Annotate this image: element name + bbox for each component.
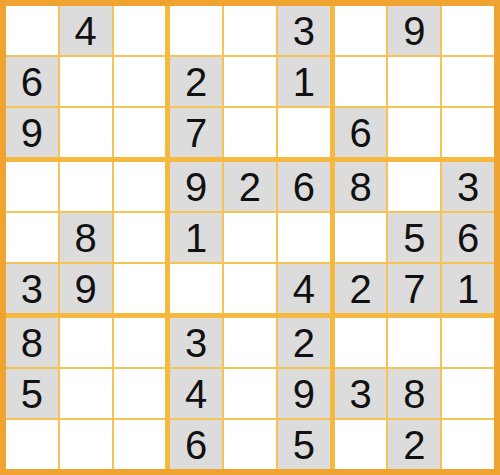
sudoku-cell: 8 [388,369,440,418]
sudoku-cell: 3 [170,318,222,367]
sudoku-cell[interactable] [278,108,330,157]
sudoku-cell: 2 [170,57,222,106]
sudoku-cell: 3 [6,264,58,313]
sudoku-cell[interactable] [224,57,276,106]
sudoku-cell[interactable] [224,318,276,367]
sudoku-cell: 9 [388,6,440,55]
sudoku-cell: 1 [442,264,494,313]
sudoku-cell: 8 [60,213,112,262]
sudoku-cell[interactable] [442,318,494,367]
sudoku-cell[interactable] [224,420,276,469]
sudoku-cell: 7 [170,108,222,157]
sudoku-cell[interactable] [170,264,222,313]
sudoku-cell: 4 [278,264,330,313]
sudoku-cell: 1 [278,57,330,106]
sudoku-cell: 3 [278,6,330,55]
sudoku-cell: 5 [278,420,330,469]
sudoku-cell[interactable] [335,213,387,262]
sudoku-cell[interactable] [170,6,222,55]
sudoku-cell[interactable] [388,57,440,106]
sudoku-cell[interactable] [442,6,494,55]
sudoku-cell: 5 [6,369,58,418]
sudoku-cell[interactable] [335,420,387,469]
sudoku-cell: 6 [335,108,387,157]
sudoku-cell: 9 [60,264,112,313]
sudoku-cell: 9 [278,369,330,418]
sudoku-cell[interactable] [388,108,440,157]
sudoku-cell[interactable] [114,6,166,55]
sudoku-cell[interactable] [388,318,440,367]
sudoku-cell[interactable] [60,369,112,418]
sudoku-cell: 2 [278,318,330,367]
sudoku-cell[interactable] [6,420,58,469]
sudoku-cell[interactable] [60,420,112,469]
sudoku-cell[interactable] [60,57,112,106]
sudoku-cell: 3 [335,369,387,418]
sudoku-cell[interactable] [442,57,494,106]
sudoku-cell: 9 [170,162,222,211]
sudoku-cell[interactable] [335,57,387,106]
sudoku-cell[interactable] [114,318,166,367]
sudoku-cell[interactable] [224,264,276,313]
sudoku-cell: 6 [278,162,330,211]
sudoku-cell[interactable] [6,213,58,262]
sudoku-cell: 2 [388,420,440,469]
sudoku-cell[interactable] [224,213,276,262]
sudoku-board: 43962197692683815639427183254938652 [0,0,500,475]
sudoku-cell: 5 [388,213,440,262]
sudoku-cell[interactable] [6,162,58,211]
sudoku-cell[interactable] [114,162,166,211]
sudoku-cell: 4 [170,369,222,418]
sudoku-app: 43962197692683815639427183254938652 [0,0,500,475]
sudoku-cell: 6 [442,213,494,262]
sudoku-cell[interactable] [114,108,166,157]
sudoku-cell[interactable] [442,420,494,469]
sudoku-cell[interactable] [224,369,276,418]
sudoku-cell[interactable] [6,6,58,55]
sudoku-cell[interactable] [335,318,387,367]
sudoku-cell: 2 [335,264,387,313]
sudoku-cell: 3 [442,162,494,211]
sudoku-cell[interactable] [442,369,494,418]
sudoku-cell[interactable] [114,264,166,313]
sudoku-cell[interactable] [278,213,330,262]
sudoku-cell: 8 [6,318,58,367]
sudoku-cell: 7 [388,264,440,313]
sudoku-cell: 2 [224,162,276,211]
sudoku-cell[interactable] [114,213,166,262]
sudoku-cell: 6 [170,420,222,469]
sudoku-cell[interactable] [388,162,440,211]
sudoku-cell[interactable] [114,57,166,106]
sudoku-cell[interactable] [224,108,276,157]
sudoku-cell[interactable] [224,6,276,55]
sudoku-cell: 1 [170,213,222,262]
sudoku-cell[interactable] [114,420,166,469]
sudoku-cell[interactable] [442,108,494,157]
sudoku-cell[interactable] [60,318,112,367]
sudoku-cell[interactable] [114,369,166,418]
sudoku-cell: 4 [60,6,112,55]
sudoku-cell: 9 [6,108,58,157]
sudoku-cell[interactable] [60,108,112,157]
sudoku-cell: 6 [6,57,58,106]
sudoku-cell[interactable] [335,6,387,55]
sudoku-cell: 8 [335,162,387,211]
sudoku-cell[interactable] [60,162,112,211]
